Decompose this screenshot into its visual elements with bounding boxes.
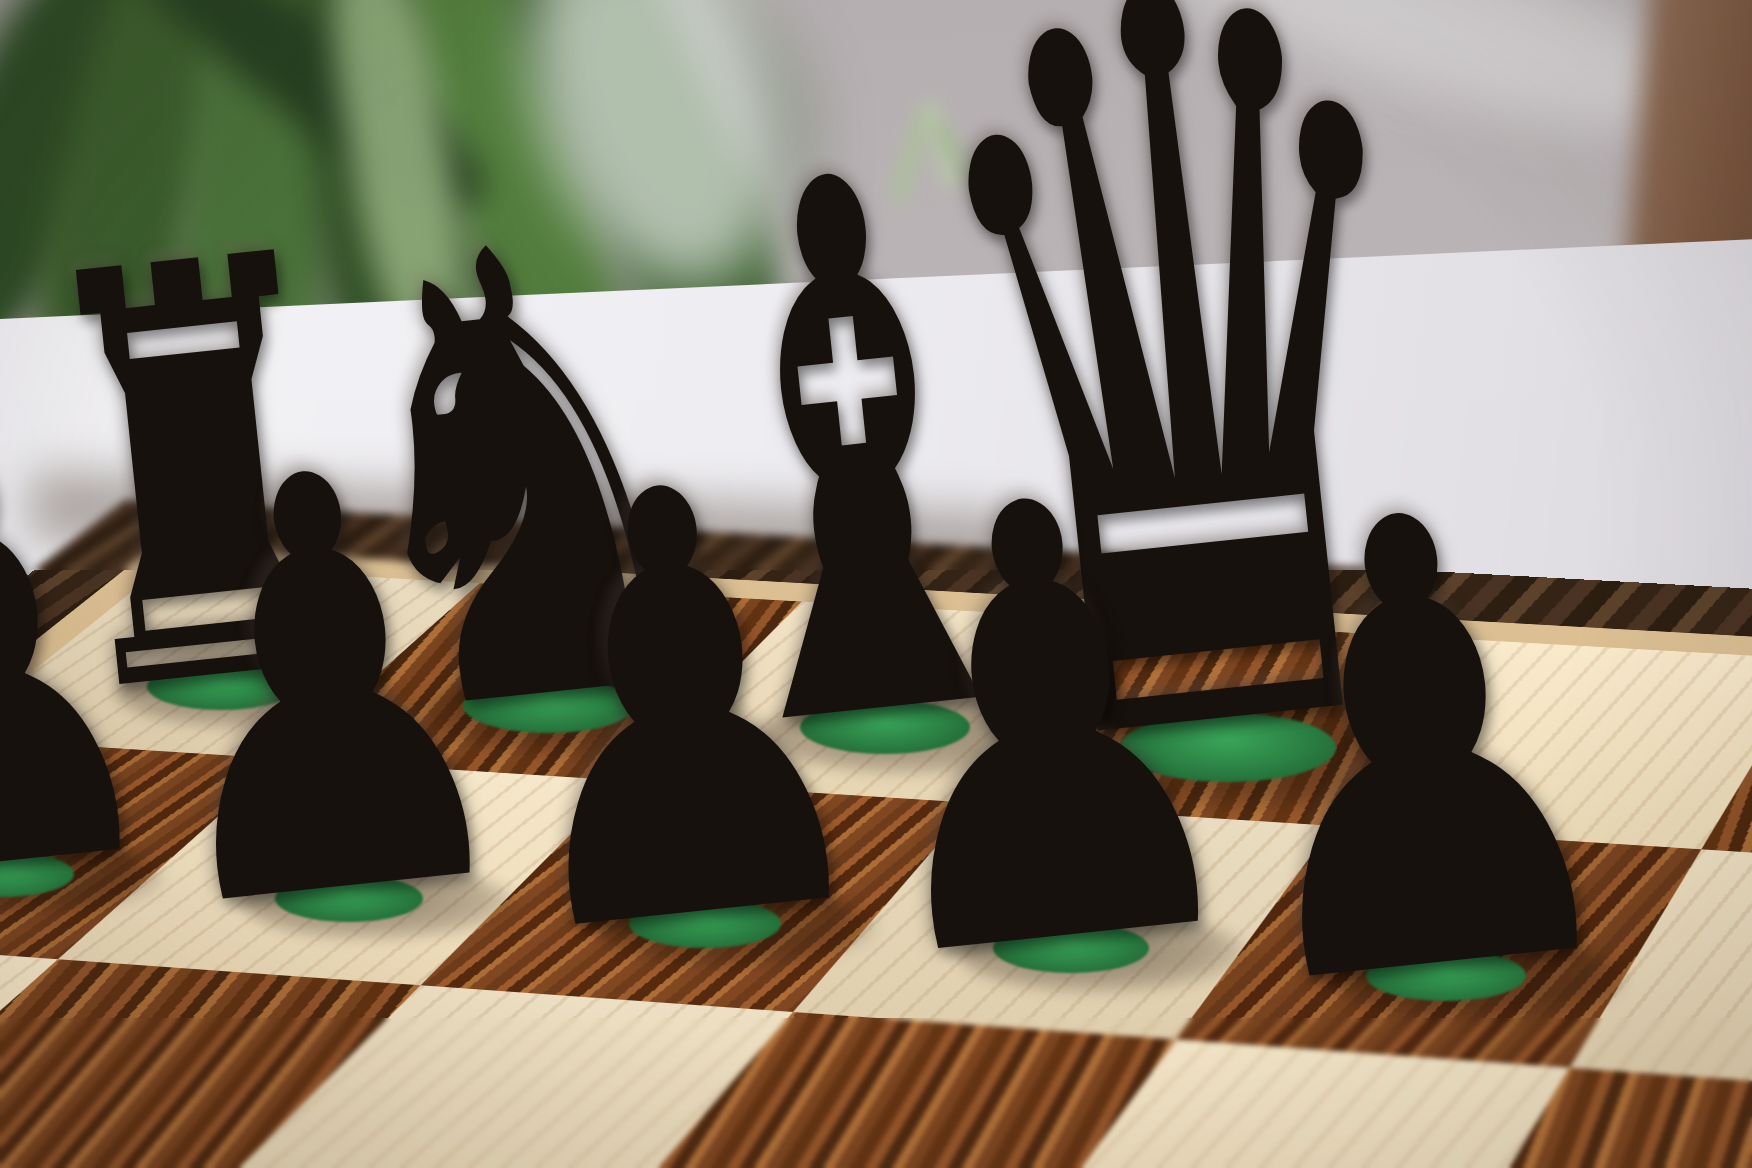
board-frame [0, 500, 1752, 1168]
pawn-glyph: ♟ [114, 449, 537, 931]
piece-shadow [114, 652, 390, 729]
table-surface [0, 221, 1752, 1168]
board-grid [0, 565, 1752, 1168]
piece-shadow [1073, 698, 1473, 810]
square-a8 [0, 565, 480, 759]
queen-glyph: ♛ [885, 0, 1490, 789]
board-cast-shadow [29, 471, 1011, 584]
felt-base [463, 678, 635, 733]
square-b6 [0, 959, 421, 1168]
square-d6 [584, 1012, 1176, 1168]
pieces-layer: ♜♞♝♛♟♟♟♟♟ [0, 0, 1752, 1168]
wall-highlight [1112, 0, 1749, 177]
piece-shadow [0, 841, 164, 916]
square-c8 [624, 602, 1132, 803]
square-c7 [421, 781, 974, 1012]
leaf-icon [0, 0, 202, 418]
vignette [0, 0, 1752, 1168]
rook-glyph: ♜ [17, 240, 379, 715]
square-b8 [283, 583, 802, 780]
felt-base [1366, 950, 1526, 1001]
square-f6 [1417, 1068, 1752, 1168]
piece-shadow [1331, 938, 1627, 1021]
leaf-icon [3, 0, 278, 419]
square-a6 [0, 934, 58, 1168]
felt-base [629, 899, 781, 948]
square-e8 [1333, 640, 1752, 850]
leaf-icon [374, 0, 646, 409]
felt-base [0, 851, 74, 897]
square-a7 [0, 738, 283, 960]
felt-base [147, 663, 296, 711]
square-d7 [793, 803, 1333, 1040]
leaf-icon [106, 0, 503, 237]
focus-blur-far [0, 400, 1752, 570]
piece-shadow [958, 912, 1247, 993]
leaf-highlight [313, 0, 481, 365]
felt-base [1120, 713, 1336, 782]
piece-shadow [242, 865, 516, 942]
square-b7 [58, 759, 624, 985]
focus-blur-near [0, 1018, 1752, 1168]
pawn-glyph: ♟ [0, 436, 185, 905]
square-c6 [186, 985, 793, 1168]
background-object [1619, 0, 1752, 356]
knight-glyph: ♞ [306, 220, 741, 739]
square-e7 [1176, 826, 1701, 1068]
leaf-icon [458, 0, 823, 406]
square-e6 [994, 1039, 1570, 1168]
pawn-glyph: ♟ [824, 475, 1269, 982]
felt-base [800, 700, 970, 754]
square-f7 [1570, 849, 1752, 1096]
piece-shadow [596, 888, 877, 967]
photo-scene: ♜♞♝♛♟♟♟♟♟ [0, 0, 1752, 1168]
piece-shadow [425, 666, 743, 755]
board-maple-rim [0, 547, 1752, 1168]
pawn-glyph: ♟ [1192, 488, 1649, 1009]
leaf-icon [163, 0, 367, 416]
square-d8 [974, 620, 1470, 826]
piece-shadow [762, 688, 1077, 776]
leaf-icon [281, 0, 490, 426]
bishop-glyph: ♝ [635, 151, 1074, 760]
chess-board [0, 500, 1752, 1168]
felt-base [275, 875, 423, 922]
square-f8 [1701, 659, 1752, 873]
blurred-highlight [487, 0, 823, 316]
felt-base [993, 923, 1149, 973]
pawn-glyph: ♟ [464, 462, 898, 956]
plant-glow [0, 0, 800, 400]
